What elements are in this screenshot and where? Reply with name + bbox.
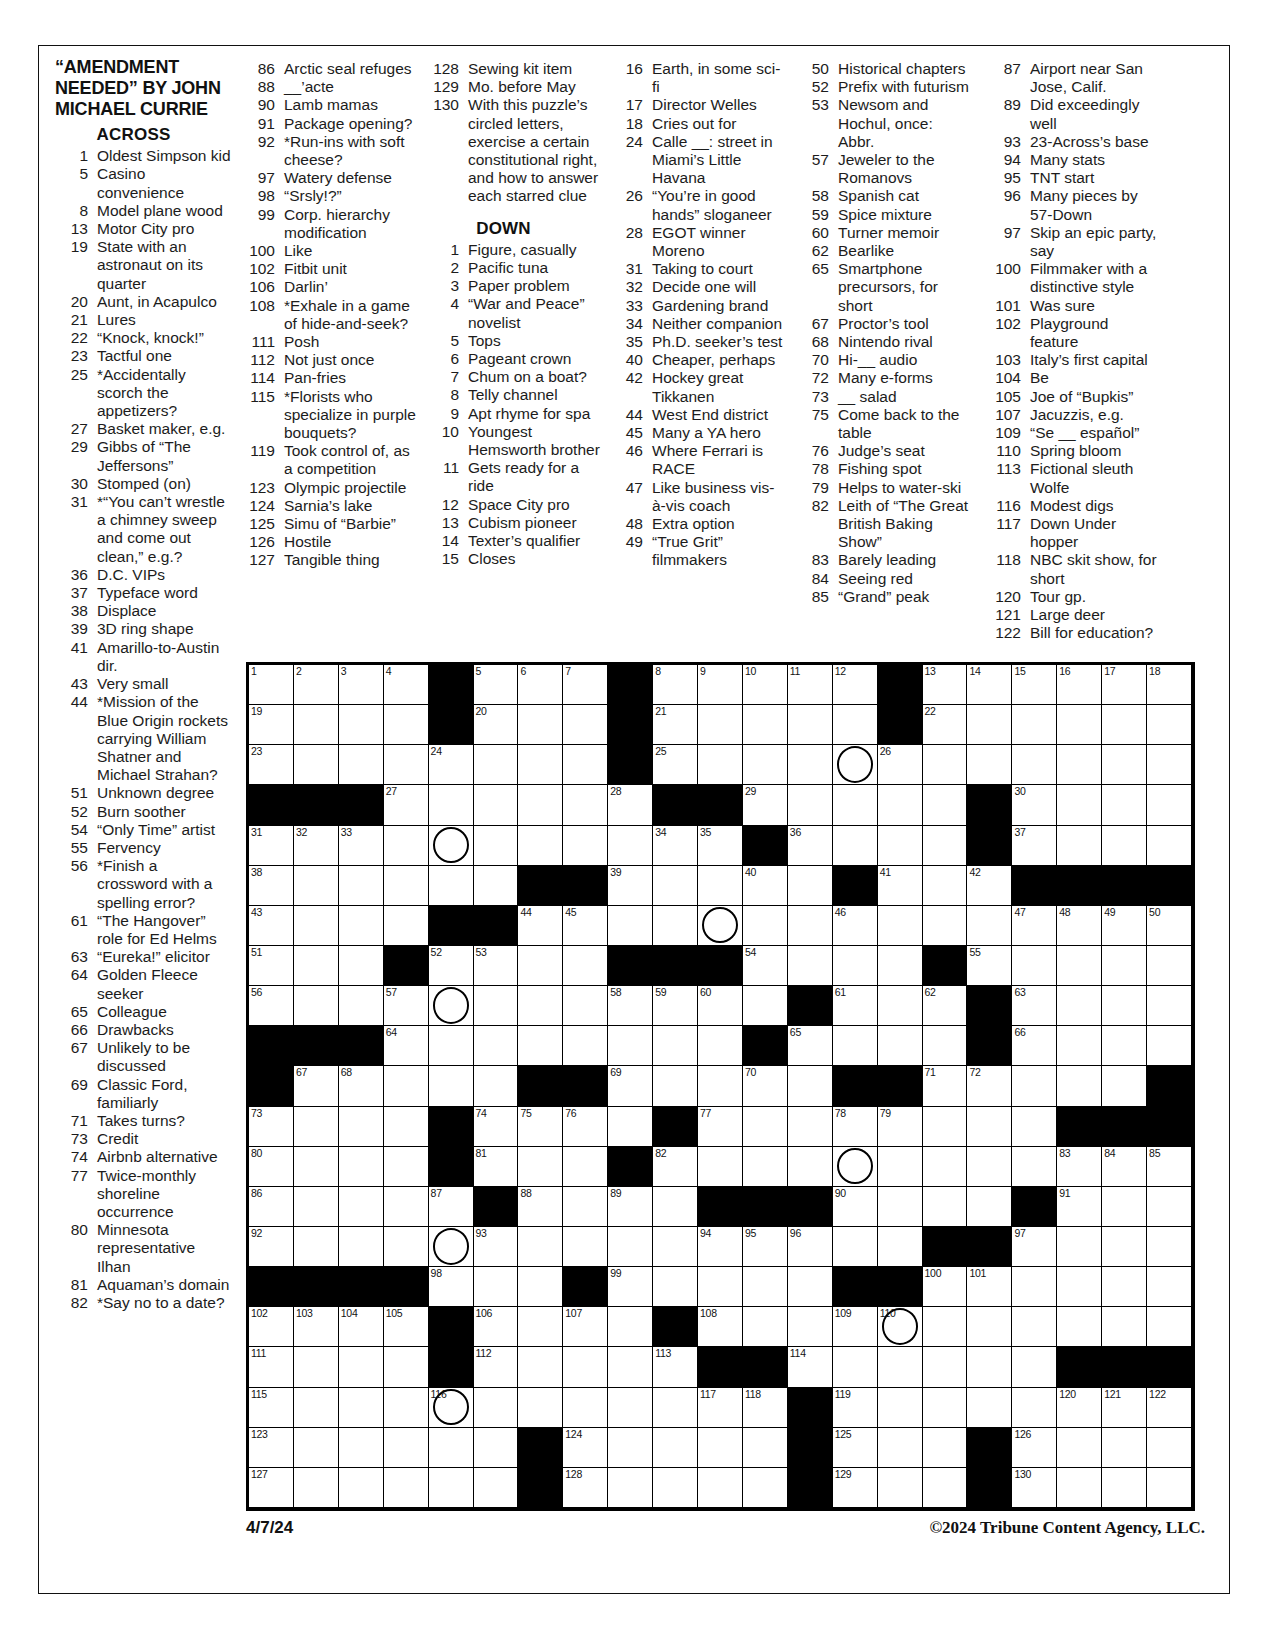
grid-cell-r11c13[interactable] (788, 1066, 833, 1106)
grid-cell-r16c10[interactable] (653, 1267, 698, 1307)
grid-cell-r8c15[interactable] (878, 946, 923, 986)
grid-cell-r11c16[interactable]: 71 (923, 1066, 968, 1106)
grid-cell-r9c2[interactable] (294, 986, 339, 1026)
grid-cell-r14c15[interactable] (878, 1187, 923, 1227)
grid-cell-r7c12[interactable] (743, 906, 788, 946)
grid-cell-r5c4[interactable] (384, 826, 429, 866)
grid-cell-r13c6[interactable]: 81 (474, 1147, 519, 1187)
grid-cell-r6c2[interactable] (294, 866, 339, 906)
grid-cell-r20c3[interactable] (339, 1428, 384, 1468)
grid-cell-r8c12[interactable]: 54 (743, 946, 788, 986)
grid-cell-r14c21[interactable] (1147, 1187, 1192, 1227)
grid-cell-r18c10[interactable]: 113 (653, 1347, 698, 1387)
grid-cell-r4c13[interactable] (788, 785, 833, 825)
grid-cell-r3c15[interactable]: 26 (878, 745, 923, 785)
grid-cell-r9c11[interactable]: 60 (698, 986, 743, 1026)
grid-cell-r2c19[interactable] (1057, 705, 1102, 745)
grid-cell-r9c19[interactable] (1057, 986, 1102, 1026)
grid-cell-r11c18[interactable] (1012, 1066, 1057, 1106)
grid-cell-r12c11[interactable]: 77 (698, 1107, 743, 1147)
grid-cell-r20c19[interactable] (1057, 1428, 1102, 1468)
grid-cell-r12c2[interactable] (294, 1107, 339, 1147)
grid-cell-r20c1[interactable]: 123 (249, 1428, 294, 1468)
grid-cell-r9c21[interactable] (1147, 986, 1192, 1026)
grid-cell-r12c14[interactable]: 78 (833, 1107, 878, 1147)
grid-cell-r14c7[interactable]: 88 (518, 1187, 563, 1227)
grid-cell-r13c18[interactable] (1012, 1147, 1057, 1187)
grid-cell-r2c21[interactable] (1147, 705, 1192, 745)
grid-cell-r19c16[interactable] (923, 1388, 968, 1428)
grid-cell-r12c7[interactable]: 75 (518, 1107, 563, 1147)
grid-cell-r16c20[interactable] (1102, 1267, 1147, 1307)
grid-cell-r5c3[interactable]: 33 (339, 826, 384, 866)
grid-cell-r20c6[interactable] (474, 1428, 519, 1468)
grid-cell-r16c5[interactable]: 98 (429, 1267, 474, 1307)
grid-cell-r17c18[interactable] (1012, 1307, 1057, 1347)
grid-cell-r18c8[interactable] (563, 1347, 608, 1387)
grid-cell-r12c6[interactable]: 74 (474, 1107, 519, 1147)
grid-cell-r14c3[interactable] (339, 1187, 384, 1227)
grid-cell-r2c18[interactable] (1012, 705, 1057, 745)
grid-cell-r13c7[interactable] (518, 1147, 563, 1187)
grid-cell-r18c9[interactable] (608, 1347, 653, 1387)
grid-cell-r13c17[interactable] (967, 1147, 1012, 1187)
grid-cell-r13c12[interactable] (743, 1147, 788, 1187)
grid-cell-r14c14[interactable]: 90 (833, 1187, 878, 1227)
grid-cell-r9c1[interactable]: 56 (249, 986, 294, 1026)
grid-cell-r12c12[interactable] (743, 1107, 788, 1147)
grid-cell-r5c14[interactable] (833, 826, 878, 866)
grid-cell-r2c14[interactable] (833, 705, 878, 745)
grid-cell-r19c18[interactable] (1012, 1388, 1057, 1428)
grid-cell-r3c4[interactable] (384, 745, 429, 785)
grid-cell-r19c21[interactable]: 122 (1147, 1388, 1192, 1428)
grid-cell-r5c15[interactable] (878, 826, 923, 866)
grid-cell-r16c11[interactable] (698, 1267, 743, 1307)
grid-cell-r3c14[interactable] (833, 745, 878, 785)
grid-cell-r13c14[interactable] (833, 1147, 878, 1187)
grid-cell-r16c19[interactable] (1057, 1267, 1102, 1307)
grid-cell-r3c3[interactable] (339, 745, 384, 785)
grid-cell-r2c8[interactable] (563, 705, 608, 745)
grid-cell-r20c18[interactable]: 126 (1012, 1428, 1057, 1468)
grid-cell-r11c20[interactable] (1102, 1066, 1147, 1106)
grid-cell-r3c6[interactable] (474, 745, 519, 785)
grid-cell-r1c12[interactable]: 10 (743, 665, 788, 705)
grid-cell-r5c20[interactable] (1102, 826, 1147, 866)
grid-cell-r3c7[interactable] (518, 745, 563, 785)
grid-cell-r19c6[interactable] (474, 1388, 519, 1428)
grid-cell-r10c9[interactable] (608, 1026, 653, 1066)
grid-cell-r20c21[interactable] (1147, 1428, 1192, 1468)
grid-cell-r21c8[interactable]: 128 (563, 1468, 608, 1508)
grid-cell-r16c9[interactable]: 99 (608, 1267, 653, 1307)
grid-cell-r2c7[interactable] (518, 705, 563, 745)
grid-cell-r21c4[interactable] (384, 1468, 429, 1508)
grid-cell-r19c14[interactable]: 119 (833, 1388, 878, 1428)
grid-cell-r10c13[interactable]: 65 (788, 1026, 833, 1066)
grid-cell-r21c18[interactable]: 130 (1012, 1468, 1057, 1508)
grid-cell-r9c4[interactable]: 57 (384, 986, 429, 1026)
grid-cell-r17c15[interactable]: 110 (878, 1307, 923, 1347)
grid-cell-r9c18[interactable]: 63 (1012, 986, 1057, 1026)
grid-cell-r5c19[interactable] (1057, 826, 1102, 866)
grid-cell-r7c10[interactable] (653, 906, 698, 946)
grid-cell-r19c19[interactable]: 120 (1057, 1388, 1102, 1428)
grid-cell-r6c15[interactable]: 41 (878, 866, 923, 906)
grid-cell-r21c2[interactable] (294, 1468, 339, 1508)
grid-cell-r4c20[interactable] (1102, 785, 1147, 825)
grid-cell-r1c18[interactable]: 15 (1012, 665, 1057, 705)
grid-cell-r10c8[interactable] (563, 1026, 608, 1066)
grid-cell-r7c15[interactable] (878, 906, 923, 946)
grid-cell-r21c3[interactable] (339, 1468, 384, 1508)
grid-cell-r6c13[interactable] (788, 866, 833, 906)
grid-cell-r20c9[interactable] (608, 1428, 653, 1468)
grid-cell-r16c13[interactable] (788, 1267, 833, 1307)
grid-cell-r5c16[interactable] (923, 826, 968, 866)
grid-cell-r10c20[interactable] (1102, 1026, 1147, 1066)
grid-cell-r3c12[interactable] (743, 745, 788, 785)
grid-cell-r14c8[interactable] (563, 1187, 608, 1227)
grid-cell-r4c4[interactable]: 27 (384, 785, 429, 825)
grid-cell-r14c16[interactable] (923, 1187, 968, 1227)
grid-cell-r9c20[interactable] (1102, 986, 1147, 1026)
grid-cell-r5c18[interactable]: 37 (1012, 826, 1057, 866)
grid-cell-r19c15[interactable] (878, 1388, 923, 1428)
grid-cell-r11c5[interactable] (429, 1066, 474, 1106)
grid-cell-r13c21[interactable]: 85 (1147, 1147, 1192, 1187)
grid-cell-r15c9[interactable] (608, 1227, 653, 1267)
grid-cell-r6c6[interactable] (474, 866, 519, 906)
grid-cell-r8c19[interactable] (1057, 946, 1102, 986)
grid-cell-r15c2[interactable] (294, 1227, 339, 1267)
grid-cell-r21c6[interactable] (474, 1468, 519, 1508)
grid-cell-r5c5[interactable] (429, 826, 474, 866)
grid-cell-r15c18[interactable]: 97 (1012, 1227, 1057, 1267)
grid-cell-r20c5[interactable] (429, 1428, 474, 1468)
grid-cell-r5c7[interactable] (518, 826, 563, 866)
grid-cell-r12c4[interactable] (384, 1107, 429, 1147)
grid-cell-r14c19[interactable]: 91 (1057, 1187, 1102, 1227)
grid-cell-r17c19[interactable] (1057, 1307, 1102, 1347)
grid-cell-r8c7[interactable] (518, 946, 563, 986)
grid-cell-r2c3[interactable] (339, 705, 384, 745)
grid-cell-r12c9[interactable] (608, 1107, 653, 1147)
grid-cell-r18c14[interactable] (833, 1347, 878, 1387)
grid-cell-r13c10[interactable]: 82 (653, 1147, 698, 1187)
grid-cell-r3c1[interactable]: 23 (249, 745, 294, 785)
grid-cell-r4c6[interactable] (474, 785, 519, 825)
grid-cell-r4c14[interactable] (833, 785, 878, 825)
grid-cell-r6c3[interactable] (339, 866, 384, 906)
grid-cell-r4c12[interactable]: 29 (743, 785, 788, 825)
grid-cell-r17c8[interactable]: 107 (563, 1307, 608, 1347)
grid-cell-r5c8[interactable] (563, 826, 608, 866)
grid-cell-r7c18[interactable]: 47 (1012, 906, 1057, 946)
grid-cell-r18c17[interactable] (967, 1347, 1012, 1387)
grid-cell-r3c21[interactable] (1147, 745, 1192, 785)
grid-cell-r4c5[interactable] (429, 785, 474, 825)
grid-cell-r1c2[interactable]: 2 (294, 665, 339, 705)
grid-cell-r17c6[interactable]: 106 (474, 1307, 519, 1347)
grid-cell-r8c17[interactable]: 55 (967, 946, 1012, 986)
grid-cell-r8c21[interactable] (1147, 946, 1192, 986)
grid-cell-r5c11[interactable]: 35 (698, 826, 743, 866)
grid-cell-r2c1[interactable]: 19 (249, 705, 294, 745)
grid-cell-r17c14[interactable]: 109 (833, 1307, 878, 1347)
grid-cell-r15c15[interactable] (878, 1227, 923, 1267)
grid-cell-r4c8[interactable] (563, 785, 608, 825)
grid-cell-r13c19[interactable]: 83 (1057, 1147, 1102, 1187)
grid-cell-r15c4[interactable] (384, 1227, 429, 1267)
grid-cell-r2c13[interactable] (788, 705, 833, 745)
grid-cell-r21c5[interactable] (429, 1468, 474, 1508)
grid-cell-r21c10[interactable] (653, 1468, 698, 1508)
grid-cell-r17c2[interactable]: 103 (294, 1307, 339, 1347)
grid-cell-r21c20[interactable] (1102, 1468, 1147, 1508)
grid-cell-r20c11[interactable] (698, 1428, 743, 1468)
grid-cell-r13c1[interactable]: 80 (249, 1147, 294, 1187)
grid-cell-r1c21[interactable]: 18 (1147, 665, 1192, 705)
grid-cell-r20c14[interactable]: 125 (833, 1428, 878, 1468)
grid-cell-r16c18[interactable] (1012, 1267, 1057, 1307)
grid-cell-r1c11[interactable]: 9 (698, 665, 743, 705)
grid-cell-r1c19[interactable]: 16 (1057, 665, 1102, 705)
grid-cell-r9c5[interactable] (429, 986, 474, 1026)
grid-cell-r17c4[interactable]: 105 (384, 1307, 429, 1347)
grid-cell-r15c20[interactable] (1102, 1227, 1147, 1267)
grid-cell-r8c20[interactable] (1102, 946, 1147, 986)
grid-cell-r12c8[interactable]: 76 (563, 1107, 608, 1147)
grid-cell-r1c8[interactable]: 7 (563, 665, 608, 705)
grid-cell-r10c16[interactable] (923, 1026, 968, 1066)
grid-cell-r6c1[interactable]: 38 (249, 866, 294, 906)
grid-cell-r6c16[interactable] (923, 866, 968, 906)
grid-cell-r13c11[interactable] (698, 1147, 743, 1187)
grid-cell-r19c10[interactable] (653, 1388, 698, 1428)
grid-cell-r9c3[interactable] (339, 986, 384, 1026)
grid-cell-r8c6[interactable]: 53 (474, 946, 519, 986)
grid-cell-r4c7[interactable] (518, 785, 563, 825)
grid-cell-r6c4[interactable] (384, 866, 429, 906)
grid-cell-r4c16[interactable] (923, 785, 968, 825)
grid-cell-r6c5[interactable] (429, 866, 474, 906)
grid-cell-r1c6[interactable]: 5 (474, 665, 519, 705)
grid-cell-r15c6[interactable]: 93 (474, 1227, 519, 1267)
grid-cell-r10c4[interactable]: 64 (384, 1026, 429, 1066)
grid-cell-r4c15[interactable] (878, 785, 923, 825)
grid-cell-r11c4[interactable] (384, 1066, 429, 1106)
grid-cell-r8c13[interactable] (788, 946, 833, 986)
grid-cell-r18c13[interactable]: 114 (788, 1347, 833, 1387)
grid-cell-r12c16[interactable] (923, 1107, 968, 1147)
grid-cell-r5c6[interactable] (474, 826, 519, 866)
grid-cell-r21c11[interactable] (698, 1468, 743, 1508)
grid-cell-r3c13[interactable] (788, 745, 833, 785)
grid-cell-r10c18[interactable]: 66 (1012, 1026, 1057, 1066)
grid-cell-r2c12[interactable] (743, 705, 788, 745)
grid-cell-r10c5[interactable] (429, 1026, 474, 1066)
grid-cell-r13c15[interactable] (878, 1147, 923, 1187)
grid-cell-r10c15[interactable] (878, 1026, 923, 1066)
grid-cell-r2c6[interactable]: 20 (474, 705, 519, 745)
grid-cell-r16c16[interactable]: 100 (923, 1267, 968, 1307)
grid-cell-r18c3[interactable] (339, 1347, 384, 1387)
grid-cell-r17c3[interactable]: 104 (339, 1307, 384, 1347)
grid-cell-r20c12[interactable] (743, 1428, 788, 1468)
grid-cell-r18c16[interactable] (923, 1347, 968, 1387)
grid-cell-r2c20[interactable] (1102, 705, 1147, 745)
grid-cell-r9c14[interactable]: 61 (833, 986, 878, 1026)
grid-cell-r17c16[interactable] (923, 1307, 968, 1347)
grid-cell-r11c3[interactable]: 68 (339, 1066, 384, 1106)
grid-cell-r6c12[interactable]: 40 (743, 866, 788, 906)
grid-cell-r19c12[interactable]: 118 (743, 1388, 788, 1428)
grid-cell-r9c15[interactable] (878, 986, 923, 1026)
grid-cell-r1c17[interactable]: 14 (967, 665, 1012, 705)
grid-cell-r1c1[interactable]: 1 (249, 665, 294, 705)
grid-cell-r10c19[interactable] (1057, 1026, 1102, 1066)
grid-cell-r3c11[interactable] (698, 745, 743, 785)
grid-cell-r11c19[interactable] (1057, 1066, 1102, 1106)
grid-cell-r18c15[interactable] (878, 1347, 923, 1387)
grid-cell-r19c5[interactable]: 116 (429, 1388, 474, 1428)
grid-cell-r1c13[interactable]: 11 (788, 665, 833, 705)
grid-cell-r5c13[interactable]: 36 (788, 826, 833, 866)
grid-cell-r12c17[interactable] (967, 1107, 1012, 1147)
grid-cell-r12c1[interactable]: 73 (249, 1107, 294, 1147)
grid-cell-r20c4[interactable] (384, 1428, 429, 1468)
grid-cell-r6c9[interactable]: 39 (608, 866, 653, 906)
grid-cell-r17c1[interactable]: 102 (249, 1307, 294, 1347)
grid-cell-r15c7[interactable] (518, 1227, 563, 1267)
grid-cell-r1c16[interactable]: 13 (923, 665, 968, 705)
grid-cell-r7c16[interactable] (923, 906, 968, 946)
grid-cell-r11c6[interactable] (474, 1066, 519, 1106)
grid-cell-r9c10[interactable]: 59 (653, 986, 698, 1026)
grid-cell-r9c8[interactable] (563, 986, 608, 1026)
grid-cell-r7c17[interactable] (967, 906, 1012, 946)
grid-cell-r8c5[interactable]: 52 (429, 946, 474, 986)
grid-cell-r8c3[interactable] (339, 946, 384, 986)
grid-cell-r15c5[interactable] (429, 1227, 474, 1267)
grid-cell-r1c20[interactable]: 17 (1102, 665, 1147, 705)
grid-cell-r17c9[interactable] (608, 1307, 653, 1347)
grid-cell-r2c4[interactable] (384, 705, 429, 745)
grid-cell-r2c17[interactable] (967, 705, 1012, 745)
grid-cell-r21c12[interactable] (743, 1468, 788, 1508)
grid-cell-r19c3[interactable] (339, 1388, 384, 1428)
grid-cell-r1c7[interactable]: 6 (518, 665, 563, 705)
grid-cell-r3c10[interactable]: 25 (653, 745, 698, 785)
grid-cell-r3c16[interactable] (923, 745, 968, 785)
grid-cell-r7c11[interactable] (698, 906, 743, 946)
grid-cell-r7c14[interactable]: 46 (833, 906, 878, 946)
grid-cell-r18c18[interactable] (1012, 1347, 1057, 1387)
grid-cell-r4c19[interactable] (1057, 785, 1102, 825)
grid-cell-r9c6[interactable] (474, 986, 519, 1026)
grid-cell-r21c16[interactable] (923, 1468, 968, 1508)
grid-cell-r12c18[interactable] (1012, 1107, 1057, 1147)
grid-cell-r19c8[interactable] (563, 1388, 608, 1428)
grid-cell-r10c11[interactable] (698, 1026, 743, 1066)
grid-cell-r15c11[interactable]: 94 (698, 1227, 743, 1267)
grid-cell-r15c12[interactable]: 95 (743, 1227, 788, 1267)
grid-cell-r21c15[interactable] (878, 1468, 923, 1508)
grid-cell-r20c15[interactable] (878, 1428, 923, 1468)
grid-cell-r12c13[interactable] (788, 1107, 833, 1147)
grid-cell-r16c17[interactable]: 101 (967, 1267, 1012, 1307)
grid-cell-r9c16[interactable]: 62 (923, 986, 968, 1026)
grid-cell-r10c21[interactable] (1147, 1026, 1192, 1066)
grid-cell-r7c7[interactable]: 44 (518, 906, 563, 946)
grid-cell-r3c2[interactable] (294, 745, 339, 785)
grid-cell-r19c1[interactable]: 115 (249, 1388, 294, 1428)
grid-cell-r10c14[interactable] (833, 1026, 878, 1066)
grid-cell-r17c7[interactable] (518, 1307, 563, 1347)
grid-cell-r7c8[interactable]: 45 (563, 906, 608, 946)
grid-cell-r19c11[interactable]: 117 (698, 1388, 743, 1428)
grid-cell-r15c13[interactable]: 96 (788, 1227, 833, 1267)
grid-cell-r5c9[interactable] (608, 826, 653, 866)
grid-cell-r20c16[interactable] (923, 1428, 968, 1468)
grid-cell-r7c3[interactable] (339, 906, 384, 946)
grid-cell-r1c4[interactable]: 4 (384, 665, 429, 705)
grid-cell-r7c2[interactable] (294, 906, 339, 946)
grid-cell-r15c14[interactable] (833, 1227, 878, 1267)
grid-cell-r19c4[interactable] (384, 1388, 429, 1428)
grid-cell-r13c3[interactable] (339, 1147, 384, 1187)
grid-cell-r15c21[interactable] (1147, 1227, 1192, 1267)
grid-cell-r10c10[interactable] (653, 1026, 698, 1066)
grid-cell-r4c21[interactable] (1147, 785, 1192, 825)
grid-cell-r11c2[interactable]: 67 (294, 1066, 339, 1106)
grid-cell-r18c2[interactable] (294, 1347, 339, 1387)
grid-cell-r9c12[interactable] (743, 986, 788, 1026)
grid-cell-r4c9[interactable]: 28 (608, 785, 653, 825)
grid-cell-r5c21[interactable] (1147, 826, 1192, 866)
grid-cell-r21c19[interactable] (1057, 1468, 1102, 1508)
grid-cell-r13c20[interactable]: 84 (1102, 1147, 1147, 1187)
grid-cell-r12c3[interactable] (339, 1107, 384, 1147)
grid-cell-r14c17[interactable] (967, 1187, 1012, 1227)
grid-cell-r3c17[interactable] (967, 745, 1012, 785)
grid-cell-r14c4[interactable] (384, 1187, 429, 1227)
grid-cell-r8c8[interactable] (563, 946, 608, 986)
grid-cell-r17c17[interactable] (967, 1307, 1012, 1347)
grid-cell-r3c8[interactable] (563, 745, 608, 785)
grid-cell-r14c5[interactable]: 87 (429, 1187, 474, 1227)
grid-cell-r20c20[interactable] (1102, 1428, 1147, 1468)
grid-cell-r2c16[interactable]: 22 (923, 705, 968, 745)
grid-cell-r6c17[interactable]: 42 (967, 866, 1012, 906)
grid-cell-r19c9[interactable] (608, 1388, 653, 1428)
grid-cell-r17c20[interactable] (1102, 1307, 1147, 1347)
grid-cell-r5c10[interactable]: 34 (653, 826, 698, 866)
grid-cell-r7c19[interactable]: 48 (1057, 906, 1102, 946)
grid-cell-r19c17[interactable] (967, 1388, 1012, 1428)
grid-cell-r17c13[interactable] (788, 1307, 833, 1347)
grid-cell-r17c11[interactable]: 108 (698, 1307, 743, 1347)
grid-cell-r16c7[interactable] (518, 1267, 563, 1307)
grid-cell-r6c11[interactable] (698, 866, 743, 906)
grid-cell-r14c9[interactable]: 89 (608, 1187, 653, 1227)
grid-cell-r8c2[interactable] (294, 946, 339, 986)
grid-cell-r2c11[interactable] (698, 705, 743, 745)
grid-cell-r15c3[interactable] (339, 1227, 384, 1267)
grid-cell-r4c18[interactable]: 30 (1012, 785, 1057, 825)
